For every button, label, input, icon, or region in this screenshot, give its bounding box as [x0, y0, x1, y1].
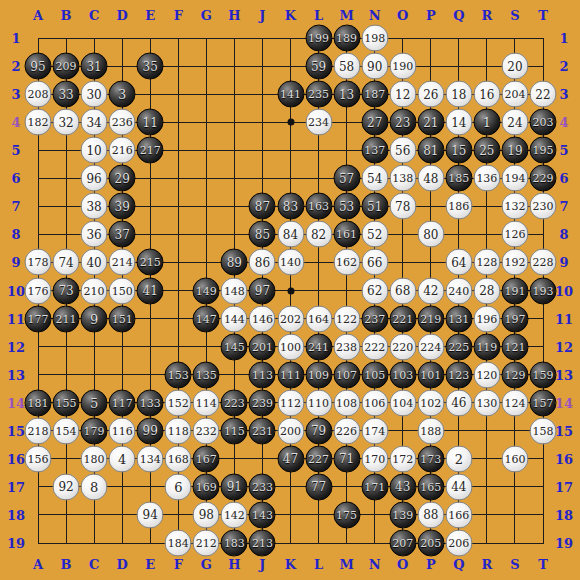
stone-L1[interactable]: 199 [305, 25, 332, 52]
stone-D6[interactable]: 29 [109, 165, 136, 192]
grid-line-horizontal-2 [38, 66, 544, 67]
stone-C14[interactable]: 5 [81, 389, 108, 416]
stone-A3[interactable]: 208 [25, 81, 52, 108]
coord-label-top-S: S [510, 8, 519, 23]
stone-J15[interactable]: 231 [249, 417, 276, 444]
stone-J18[interactable]: 143 [249, 501, 276, 528]
stone-C7[interactable]: 38 [81, 193, 108, 220]
stone-S9[interactable]: 192 [501, 249, 528, 276]
stone-P14[interactable]: 102 [417, 389, 444, 416]
stone-S7[interactable]: 132 [501, 193, 528, 220]
coord-label-top-H: H [228, 8, 240, 23]
stone-P18[interactable]: 88 [417, 501, 444, 528]
stone-R3[interactable]: 16 [473, 81, 500, 108]
stone-O13[interactable]: 103 [389, 361, 416, 388]
stone-M14[interactable]: 108 [333, 389, 360, 416]
stone-R4[interactable]: 1 [473, 109, 500, 136]
coord-label-top-O: O [397, 8, 408, 23]
coord-label-bottom-D: D [117, 557, 128, 572]
stone-C3[interactable]: 30 [81, 81, 108, 108]
stone-R12[interactable]: 119 [473, 333, 500, 360]
stone-C2[interactable]: 31 [81, 53, 108, 80]
stone-Q3[interactable]: 18 [445, 81, 472, 108]
stone-A10[interactable]: 176 [25, 277, 52, 304]
stone-O12[interactable]: 220 [389, 333, 416, 360]
stone-L16[interactable]: 227 [305, 445, 332, 472]
coord-label-right-18: 18 [555, 507, 573, 522]
coord-label-top-E: E [145, 8, 155, 23]
coord-label-right-1: 1 [559, 31, 568, 46]
stone-L12[interactable]: 241 [305, 333, 332, 360]
coord-label-top-G: G [201, 8, 212, 23]
stone-L11[interactable]: 164 [305, 305, 332, 332]
stone-O3[interactable]: 12 [389, 81, 416, 108]
stone-J8[interactable]: 85 [249, 221, 276, 248]
stone-Q11[interactable]: 131 [445, 305, 472, 332]
stone-Q19[interactable]: 206 [445, 530, 472, 557]
stone-T5[interactable]: 195 [530, 137, 557, 164]
stone-P3[interactable]: 26 [417, 81, 444, 108]
stone-S6[interactable]: 194 [501, 165, 528, 192]
stone-B9[interactable]: 74 [53, 249, 80, 276]
coord-label-bottom-F: F [174, 557, 183, 572]
stone-H19[interactable]: 183 [221, 530, 248, 557]
stone-D14[interactable]: 117 [109, 389, 136, 416]
coord-label-left-12: 12 [7, 339, 25, 354]
stone-E5[interactable]: 217 [137, 137, 164, 164]
stone-N3[interactable]: 187 [361, 81, 388, 108]
stone-R11[interactable]: 196 [473, 305, 500, 332]
stone-N7[interactable]: 51 [361, 193, 388, 220]
stone-J13[interactable]: 113 [249, 361, 276, 388]
stone-O18[interactable]: 139 [389, 501, 416, 528]
stone-L13[interactable]: 109 [305, 361, 332, 388]
stone-S4[interactable]: 24 [501, 109, 528, 136]
stone-N10[interactable]: 62 [361, 277, 388, 304]
stone-R14[interactable]: 130 [473, 389, 500, 416]
stone-M18[interactable]: 175 [333, 501, 360, 528]
stone-G10[interactable]: 149 [193, 277, 220, 304]
stone-H9[interactable]: 89 [221, 249, 248, 276]
coord-label-right-8: 8 [559, 227, 568, 242]
stone-R5[interactable]: 25 [473, 137, 500, 164]
coord-label-bottom-T: T [538, 557, 548, 572]
stone-K16[interactable]: 47 [277, 445, 304, 472]
stone-J17[interactable]: 233 [249, 473, 276, 500]
coord-label-top-B: B [61, 8, 72, 23]
coord-label-right-4: 4 [559, 115, 568, 130]
coord-label-left-6: 6 [11, 171, 20, 186]
stone-A16[interactable]: 156 [25, 445, 52, 472]
stone-S2[interactable]: 20 [501, 53, 528, 80]
stone-A15[interactable]: 218 [25, 417, 52, 444]
coord-label-right-17: 17 [555, 479, 573, 494]
stone-D8[interactable]: 37 [109, 221, 136, 248]
stone-E15[interactable]: 99 [137, 417, 164, 444]
stone-B10[interactable]: 73 [53, 277, 80, 304]
stone-P12[interactable]: 224 [417, 333, 444, 360]
stone-G15[interactable]: 232 [193, 417, 220, 444]
coord-label-top-L: L [314, 8, 323, 23]
stone-E10[interactable]: 41 [137, 277, 164, 304]
stone-Q14[interactable]: 46 [445, 389, 472, 416]
stone-O17[interactable]: 43 [389, 473, 416, 500]
stone-D15[interactable]: 116 [109, 417, 136, 444]
stone-B17[interactable]: 92 [53, 473, 80, 500]
stone-N6[interactable]: 54 [361, 165, 388, 192]
stone-M2[interactable]: 58 [333, 53, 360, 80]
stone-B4[interactable]: 32 [53, 109, 80, 136]
stone-S3[interactable]: 204 [501, 81, 528, 108]
coord-label-left-3: 3 [11, 87, 20, 102]
stone-F15[interactable]: 118 [165, 417, 192, 444]
stone-M8[interactable]: 161 [333, 221, 360, 248]
coord-label-left-8: 8 [11, 227, 20, 242]
stone-G16[interactable]: 167 [193, 445, 220, 472]
coord-label-top-A: A [33, 8, 43, 23]
stone-T15[interactable]: 158 [530, 417, 557, 444]
stone-O7[interactable]: 78 [389, 193, 416, 220]
stone-K9[interactable]: 140 [277, 249, 304, 276]
stone-P10[interactable]: 42 [417, 277, 444, 304]
coord-label-right-9: 9 [559, 255, 568, 270]
stone-M12[interactable]: 238 [333, 333, 360, 360]
stone-E2[interactable]: 35 [137, 53, 164, 80]
coord-label-right-11: 11 [555, 311, 573, 326]
stone-O11[interactable]: 221 [389, 305, 416, 332]
stone-T10[interactable]: 193 [530, 277, 557, 304]
stone-H18[interactable]: 142 [221, 501, 248, 528]
stone-Q18[interactable]: 166 [445, 501, 472, 528]
stone-D5[interactable]: 216 [109, 137, 136, 164]
stone-O5[interactable]: 56 [389, 137, 416, 164]
stone-M13[interactable]: 107 [333, 361, 360, 388]
stone-Q4[interactable]: 14 [445, 109, 472, 136]
stone-Q5[interactable]: 15 [445, 137, 472, 164]
stone-P19[interactable]: 205 [417, 530, 444, 557]
stone-P4[interactable]: 21 [417, 109, 444, 136]
coord-label-bottom-O: O [397, 557, 408, 572]
stone-C15[interactable]: 179 [81, 417, 108, 444]
stone-P15[interactable]: 188 [417, 417, 444, 444]
stone-M1[interactable]: 189 [333, 25, 360, 52]
stone-A4[interactable]: 182 [25, 109, 52, 136]
stone-O2[interactable]: 190 [389, 53, 416, 80]
coord-label-bottom-R: R [481, 557, 492, 572]
stone-R9[interactable]: 128 [473, 249, 500, 276]
stone-D10[interactable]: 150 [109, 277, 136, 304]
coord-label-bottom-C: C [89, 557, 99, 572]
stone-C4[interactable]: 34 [81, 109, 108, 136]
stone-L3[interactable]: 235 [305, 81, 332, 108]
stone-F14[interactable]: 152 [165, 389, 192, 416]
stone-P11[interactable]: 219 [417, 305, 444, 332]
stone-T13[interactable]: 159 [530, 361, 557, 388]
stone-R10[interactable]: 28 [473, 277, 500, 304]
coord-label-left-19: 19 [7, 536, 25, 551]
stone-C8[interactable]: 36 [81, 221, 108, 248]
stone-M9[interactable]: 162 [333, 249, 360, 276]
stone-P8[interactable]: 80 [417, 221, 444, 248]
stone-S12[interactable]: 121 [501, 333, 528, 360]
stone-Q17[interactable]: 44 [445, 473, 472, 500]
stone-C6[interactable]: 96 [81, 165, 108, 192]
stone-E16[interactable]: 134 [137, 445, 164, 472]
stone-D7[interactable]: 39 [109, 193, 136, 220]
stone-E9[interactable]: 215 [137, 249, 164, 276]
coord-label-right-19: 19 [555, 536, 573, 551]
stone-G11[interactable]: 147 [193, 305, 220, 332]
stone-K11[interactable]: 202 [277, 305, 304, 332]
stone-G13[interactable]: 135 [193, 361, 220, 388]
stone-M7[interactable]: 53 [333, 193, 360, 220]
stone-B11[interactable]: 211 [53, 305, 80, 332]
stone-Q13[interactable]: 123 [445, 361, 472, 388]
stone-L2[interactable]: 59 [305, 53, 332, 80]
coord-label-bottom-N: N [369, 557, 381, 572]
stone-J11[interactable]: 146 [249, 305, 276, 332]
coord-label-right-14: 14 [555, 395, 573, 410]
stone-H12[interactable]: 145 [221, 333, 248, 360]
stone-S11[interactable]: 197 [501, 305, 528, 332]
coord-label-right-16: 16 [555, 451, 573, 466]
stone-C16[interactable]: 180 [81, 445, 108, 472]
stone-N8[interactable]: 52 [361, 221, 388, 248]
stone-G18[interactable]: 98 [193, 501, 220, 528]
coord-label-right-5: 5 [559, 143, 568, 158]
stone-P16[interactable]: 173 [417, 445, 444, 472]
stone-M11[interactable]: 122 [333, 305, 360, 332]
coord-label-bottom-K: K [285, 557, 296, 572]
coord-label-top-T: T [538, 8, 548, 23]
coord-label-left-10: 10 [7, 283, 25, 298]
stone-T3[interactable]: 22 [530, 81, 557, 108]
stone-S14[interactable]: 124 [501, 389, 528, 416]
stone-E4[interactable]: 11 [137, 109, 164, 136]
stone-K7[interactable]: 83 [277, 193, 304, 220]
stone-Q7[interactable]: 186 [445, 193, 472, 220]
stone-F13[interactable]: 153 [165, 361, 192, 388]
stone-Q12[interactable]: 225 [445, 333, 472, 360]
coord-label-left-14: 14 [7, 395, 25, 410]
coord-label-left-4: 4 [11, 115, 20, 130]
stone-J19[interactable]: 213 [249, 530, 276, 557]
stone-B15[interactable]: 154 [53, 417, 80, 444]
stone-N15[interactable]: 174 [361, 417, 388, 444]
stone-J14[interactable]: 239 [249, 389, 276, 416]
stone-J7[interactable]: 87 [249, 193, 276, 220]
stone-L15[interactable]: 79 [305, 417, 332, 444]
stone-F17[interactable]: 6 [165, 473, 192, 500]
coord-label-bottom-B: B [61, 557, 72, 572]
stone-S13[interactable]: 129 [501, 361, 528, 388]
stone-E14[interactable]: 133 [137, 389, 164, 416]
stone-R6[interactable]: 136 [473, 165, 500, 192]
stone-N5[interactable]: 137 [361, 137, 388, 164]
coord-label-left-9: 9 [11, 255, 20, 270]
coord-label-right-6: 6 [559, 171, 568, 186]
stone-H15[interactable]: 115 [221, 417, 248, 444]
stone-N4[interactable]: 27 [361, 109, 388, 136]
coord-label-left-5: 5 [11, 143, 20, 158]
stone-O19[interactable]: 207 [389, 530, 416, 557]
go-board[interactable]: AA11BB22CC33DD44EE55FF66GG77HH88JJ99KK10… [0, 0, 580, 580]
stone-N11[interactable]: 237 [361, 305, 388, 332]
coord-label-bottom-M: M [339, 557, 353, 572]
stone-L17[interactable]: 77 [305, 473, 332, 500]
coord-label-left-1: 1 [11, 31, 20, 46]
coord-label-top-N: N [369, 8, 381, 23]
stone-O16[interactable]: 172 [389, 445, 416, 472]
coord-label-top-K: K [285, 8, 296, 23]
coord-label-top-D: D [117, 8, 128, 23]
stone-F19[interactable]: 184 [165, 530, 192, 557]
stone-O6[interactable]: 138 [389, 165, 416, 192]
coord-label-left-11: 11 [7, 311, 25, 326]
stone-N16[interactable]: 170 [361, 445, 388, 472]
stone-Q9[interactable]: 64 [445, 249, 472, 276]
stone-C9[interactable]: 40 [81, 249, 108, 276]
stone-S16[interactable]: 160 [501, 445, 528, 472]
coord-label-top-R: R [481, 8, 492, 23]
stone-G19[interactable]: 212 [193, 530, 220, 557]
stone-D16[interactable]: 4 [109, 445, 136, 472]
stone-K12[interactable]: 100 [277, 333, 304, 360]
grid-line-horizontal-1 [38, 38, 544, 39]
stone-J10[interactable]: 97 [249, 277, 276, 304]
stone-F16[interactable]: 168 [165, 445, 192, 472]
stone-K8[interactable]: 84 [277, 221, 304, 248]
coord-label-right-10: 10 [555, 283, 573, 298]
stone-N2[interactable]: 90 [361, 53, 388, 80]
coord-label-left-7: 7 [11, 199, 20, 214]
stone-Q10[interactable]: 240 [445, 277, 472, 304]
stone-J12[interactable]: 201 [249, 333, 276, 360]
stone-H11[interactable]: 144 [221, 305, 248, 332]
stone-C5[interactable]: 10 [81, 137, 108, 164]
coord-label-bottom-S: S [510, 557, 519, 572]
stone-L7[interactable]: 163 [305, 193, 332, 220]
coord-label-left-17: 17 [7, 479, 25, 494]
coord-label-bottom-G: G [201, 557, 212, 572]
stone-H10[interactable]: 148 [221, 277, 248, 304]
stone-P17[interactable]: 165 [417, 473, 444, 500]
coord-label-left-2: 2 [11, 59, 20, 74]
stone-A2[interactable]: 95 [25, 53, 52, 80]
stone-O4[interactable]: 23 [389, 109, 416, 136]
coord-label-left-15: 15 [7, 423, 25, 438]
coord-label-left-16: 16 [7, 451, 25, 466]
coord-label-right-15: 15 [555, 423, 573, 438]
stone-T6[interactable]: 229 [530, 165, 557, 192]
stone-T14[interactable]: 157 [530, 389, 557, 416]
coord-label-bottom-A: A [33, 557, 43, 572]
stone-Q16[interactable]: 2 [445, 445, 472, 472]
stone-N14[interactable]: 106 [361, 389, 388, 416]
stone-N13[interactable]: 105 [361, 361, 388, 388]
stone-E18[interactable]: 94 [137, 501, 164, 528]
stone-H17[interactable]: 91 [221, 473, 248, 500]
coord-label-bottom-L: L [314, 557, 323, 572]
coord-label-bottom-J: J [259, 557, 265, 572]
stone-T7[interactable]: 230 [530, 193, 557, 220]
stone-B2[interactable]: 209 [53, 53, 80, 80]
stone-N12[interactable]: 222 [361, 333, 388, 360]
stone-J9[interactable]: 86 [249, 249, 276, 276]
stone-C10[interactable]: 210 [81, 277, 108, 304]
stone-A9[interactable]: 178 [25, 249, 52, 276]
stone-M16[interactable]: 71 [333, 445, 360, 472]
stone-K13[interactable]: 111 [277, 361, 304, 388]
stone-D4[interactable]: 236 [109, 109, 136, 136]
coord-label-right-13: 13 [555, 367, 573, 382]
stone-N17[interactable]: 171 [361, 473, 388, 500]
coord-label-top-Q: Q [453, 8, 464, 23]
stone-R13[interactable]: 120 [473, 361, 500, 388]
stone-P13[interactable]: 101 [417, 361, 444, 388]
star-point-K10 [287, 287, 294, 294]
coord-label-top-J: J [259, 8, 265, 23]
stone-S5[interactable]: 19 [501, 137, 528, 164]
stone-P5[interactable]: 81 [417, 137, 444, 164]
stone-O10[interactable]: 68 [389, 277, 416, 304]
coord-label-top-P: P [426, 8, 436, 23]
stone-A11[interactable]: 177 [25, 305, 52, 332]
stone-S8[interactable]: 126 [501, 221, 528, 248]
stone-N1[interactable]: 198 [361, 25, 388, 52]
stone-K15[interactable]: 200 [277, 417, 304, 444]
stone-T4[interactable]: 203 [530, 109, 557, 136]
coord-label-top-M: M [339, 8, 353, 23]
stone-G17[interactable]: 169 [193, 473, 220, 500]
stone-M6[interactable]: 57 [333, 165, 360, 192]
stone-M3[interactable]: 13 [333, 81, 360, 108]
stone-D3[interactable]: 3 [109, 81, 136, 108]
stone-C17[interactable]: 8 [81, 473, 108, 500]
stone-G14[interactable]: 114 [193, 389, 220, 416]
stone-N9[interactable]: 66 [361, 249, 388, 276]
stone-M15[interactable]: 226 [333, 417, 360, 444]
stone-A14[interactable]: 181 [25, 389, 52, 416]
stone-B3[interactable]: 33 [53, 81, 80, 108]
stone-P6[interactable]: 48 [417, 165, 444, 192]
stone-D11[interactable]: 151 [109, 305, 136, 332]
stone-L14[interactable]: 110 [305, 389, 332, 416]
stone-T9[interactable]: 228 [530, 249, 557, 276]
coord-label-bottom-H: H [228, 557, 240, 572]
coord-label-left-18: 18 [7, 507, 25, 522]
stone-B14[interactable]: 155 [53, 389, 80, 416]
coord-label-top-F: F [174, 8, 183, 23]
stone-K3[interactable]: 141 [277, 81, 304, 108]
stone-Q6[interactable]: 185 [445, 165, 472, 192]
stone-K14[interactable]: 112 [277, 389, 304, 416]
coord-label-right-12: 12 [555, 339, 573, 354]
stone-L8[interactable]: 82 [305, 221, 332, 248]
stone-H14[interactable]: 223 [221, 389, 248, 416]
star-point-K4 [287, 119, 294, 126]
coord-label-right-3: 3 [559, 87, 568, 102]
stone-C11[interactable]: 9 [81, 305, 108, 332]
coord-label-bottom-P: P [426, 557, 436, 572]
coord-label-right-7: 7 [559, 199, 568, 214]
stone-O14[interactable]: 104 [389, 389, 416, 416]
stone-L4[interactable]: 234 [305, 109, 332, 136]
coord-label-left-13: 13 [7, 367, 25, 382]
stone-D9[interactable]: 214 [109, 249, 136, 276]
stone-S10[interactable]: 191 [501, 277, 528, 304]
coord-label-bottom-Q: Q [453, 557, 464, 572]
